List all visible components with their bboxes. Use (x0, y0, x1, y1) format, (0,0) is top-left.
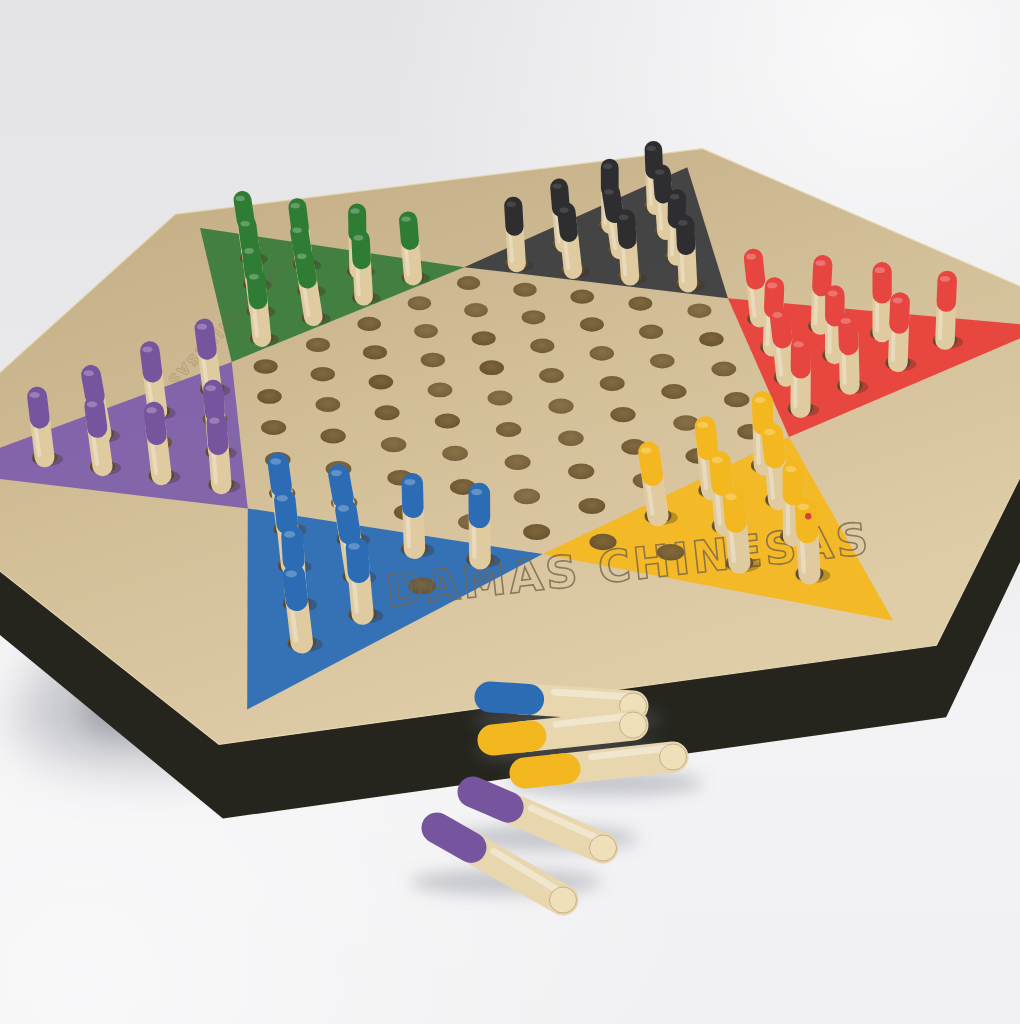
peg-cap-black (626, 219, 628, 240)
peg-cap-red (946, 280, 947, 302)
peg-cap-purple (91, 375, 95, 397)
peg-cap-highlight (604, 189, 613, 194)
peg-cap-green (408, 221, 410, 241)
peg-cap-highlight (841, 318, 851, 324)
loose-peg-cap-blue (490, 697, 529, 699)
peg-cap-purple (154, 412, 157, 435)
chinese-checkers-board-scene: DAMAS CHINESAS DAMAS CHINESAS (0, 0, 1020, 1024)
peg-cap-red (822, 265, 823, 287)
hole[interactable] (414, 324, 438, 338)
hole[interactable] (514, 489, 540, 505)
hole[interactable] (600, 376, 625, 391)
peg-cap-highlight (350, 208, 359, 213)
hole[interactable] (522, 310, 546, 324)
peg-cap-black (662, 174, 664, 195)
hole[interactable] (687, 304, 711, 318)
hole[interactable] (306, 338, 330, 352)
hole[interactable] (724, 392, 749, 407)
peg-cap-highlight (142, 347, 152, 353)
hole[interactable] (558, 431, 584, 446)
hole[interactable] (254, 359, 278, 374)
peg-cap-blue (285, 500, 287, 524)
peg-cap-yellow (705, 427, 708, 450)
peg-cap-black (653, 150, 654, 171)
hole[interactable] (421, 353, 445, 368)
loose-peg-end-face (550, 887, 577, 913)
hole[interactable] (590, 346, 614, 361)
hole[interactable] (381, 437, 407, 452)
peg-cap-highlight (785, 466, 796, 472)
peg-cap-highlight (286, 570, 298, 577)
peg-cap-highlight (236, 196, 245, 201)
peg-cap-highlight (798, 504, 810, 511)
peg-cap-blue (339, 475, 343, 498)
hole[interactable] (357, 317, 381, 331)
hole[interactable] (570, 290, 594, 304)
peg-cap-red (753, 258, 755, 280)
peg-cap-green (247, 225, 250, 246)
hole[interactable] (568, 464, 594, 480)
hole[interactable] (579, 498, 606, 514)
peg-cap-yellow (734, 499, 736, 522)
peg-cap-red (774, 287, 775, 309)
peg-cap-highlight (655, 169, 664, 174)
peg-cap-highlight (746, 254, 756, 260)
peg-cap-highlight (764, 429, 775, 435)
peg-cap-red (899, 302, 900, 324)
hole[interactable] (496, 422, 521, 437)
loose-peg-cap-yellow (493, 736, 531, 740)
hole[interactable] (505, 455, 531, 471)
peg-cap-highlight (893, 297, 903, 303)
hole[interactable] (369, 375, 394, 390)
peg-cap-highlight (348, 543, 360, 550)
peg-cap-highlight (277, 495, 288, 501)
peg-cap-highlight (338, 505, 349, 512)
hole[interactable] (650, 354, 675, 369)
hole[interactable] (435, 413, 460, 428)
peg-cap-purple (217, 422, 219, 445)
peg-cap-highlight (401, 216, 410, 221)
peg-cap-yellow (772, 434, 775, 458)
peg-cap-blue (346, 510, 350, 534)
peg-cap-highlight (816, 260, 826, 266)
hole[interactable] (479, 360, 504, 375)
peg-cap-highlight (670, 194, 679, 199)
peg-cap-highlight (209, 418, 220, 424)
loose-peg-cap-purple (473, 792, 508, 807)
peg-cap-highlight (404, 479, 415, 485)
peg-cap-highlight (354, 235, 364, 241)
hole[interactable] (408, 296, 431, 310)
hole[interactable] (428, 383, 453, 398)
peg-cap-black (685, 224, 686, 246)
peg-cap-highlight (284, 531, 295, 538)
hole[interactable] (316, 397, 341, 412)
hole[interactable] (311, 367, 335, 382)
hole[interactable] (639, 325, 663, 340)
loose-peg-end-face (590, 835, 617, 861)
hole[interactable] (661, 384, 686, 399)
photo-scene: DAMAS CHINESAS DAMAS CHINESAS (0, 0, 1020, 1024)
peg-cap-blue (294, 576, 297, 600)
peg-cap-highlight (712, 457, 723, 463)
hole[interactable] (580, 317, 604, 331)
hole[interactable] (548, 399, 573, 414)
loose-peg-cap-yellow (525, 769, 565, 773)
hole[interactable] (261, 420, 286, 435)
hole[interactable] (442, 446, 468, 461)
peg-cap-highlight (249, 274, 259, 280)
hole[interactable] (513, 283, 536, 297)
peg-cap-highlight (678, 220, 688, 226)
peg-cap-highlight (240, 221, 249, 226)
peg-cap-highlight (197, 324, 207, 330)
hole[interactable] (711, 362, 736, 377)
peg-cap-highlight (291, 203, 300, 208)
peg-cap-highlight (559, 207, 568, 212)
hole[interactable] (464, 303, 488, 317)
peg-cap-blue (278, 463, 281, 487)
peg-cap-yellow (720, 462, 722, 485)
peg-cap-highlight (603, 164, 612, 169)
loose-peg-cap-purple (437, 828, 471, 847)
hole[interactable] (375, 405, 400, 420)
peg-cap-highlight (30, 392, 40, 398)
hole[interactable] (472, 331, 496, 345)
peg-cap-purple (204, 328, 207, 350)
hole[interactable] (257, 389, 282, 404)
hole[interactable] (320, 428, 345, 443)
peg-cap-highlight (292, 228, 301, 233)
peg-cap-black (611, 193, 614, 214)
peg-cap-blue (292, 536, 293, 560)
loose-peg-end-face (620, 712, 647, 738)
peg-cap-highlight (767, 283, 777, 289)
red-paint-speck (805, 513, 811, 519)
peg-cap-purple (94, 406, 97, 428)
peg-cap-highlight (647, 146, 656, 151)
peg-cap-yellow (762, 402, 763, 425)
peg-cap-purple (37, 397, 40, 419)
loose-peg-end-face (660, 744, 687, 770)
peg-cap-highlight (297, 253, 307, 259)
peg-cap-highlight (270, 458, 281, 464)
peg-cap-highlight (875, 267, 885, 273)
peg-cap-yellow (649, 452, 653, 475)
peg-cap-highlight (697, 422, 708, 428)
peg-cap-green (361, 239, 362, 260)
peg-cap-highlight (641, 447, 652, 453)
hole[interactable] (530, 339, 554, 354)
peg-cap-black (566, 212, 569, 233)
peg-cap-highlight (828, 291, 838, 297)
peg-cap-green (304, 258, 308, 280)
peg-cap-highlight (619, 215, 629, 221)
peg-cap-highlight (331, 470, 342, 476)
peg-cap-green (256, 278, 258, 300)
hole[interactable] (363, 345, 387, 359)
peg-cap-highlight (87, 401, 97, 407)
hole[interactable] (699, 332, 723, 347)
peg-cap-highlight (552, 183, 561, 188)
peg-cap-highlight (84, 370, 94, 376)
peg-cap-highlight (755, 397, 766, 403)
peg-cap-highlight (793, 341, 803, 347)
peg-cap-yellow (806, 509, 807, 533)
peg-cap-highlight (772, 312, 782, 318)
peg-cap-purple (150, 351, 153, 373)
peg-cap-highlight (506, 202, 515, 207)
peg-cap-black (513, 206, 514, 227)
hole[interactable] (457, 276, 480, 290)
peg-cap-red (780, 317, 783, 339)
peg-cap-highlight (244, 248, 254, 254)
peg-cap-highlight (940, 276, 950, 282)
peg-cap-highlight (206, 385, 216, 391)
peg-cap-blue (357, 548, 359, 572)
peg-cap-purple (213, 390, 215, 412)
hole[interactable] (610, 407, 635, 422)
hole[interactable] (629, 297, 653, 311)
peg-cap-highlight (471, 489, 482, 495)
peg-cap-highlight (146, 407, 157, 413)
hole[interactable] (539, 368, 564, 383)
hole[interactable] (488, 391, 513, 406)
hole[interactable] (523, 524, 550, 540)
peg-cap-red (848, 323, 849, 346)
peg-cap-blue (412, 484, 413, 508)
peg-cap-highlight (725, 494, 736, 501)
